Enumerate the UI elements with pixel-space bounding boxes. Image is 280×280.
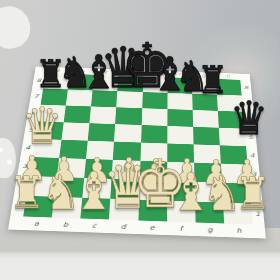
black-rook-h8[interactable]: ♜ xyxy=(197,61,228,99)
chess-set-photo: abcdefgh8877665544332211abcdefgh ♜♞♝♛♚♝♞… xyxy=(0,0,280,280)
black-queen-extra-right-edge[interactable]: ♛ xyxy=(230,95,268,141)
white-rook-a1[interactable]: ♜ xyxy=(9,171,45,215)
white-rook-h1[interactable]: ♜ xyxy=(235,172,271,216)
white-queen-extra-left-edge[interactable]: ♛ xyxy=(21,101,62,151)
pieces-layer: ♜♞♝♛♚♝♞♜♛♛♟♟♟♟♟♟♟♟♜♞♝♛♚♝♞♜ xyxy=(0,0,280,280)
